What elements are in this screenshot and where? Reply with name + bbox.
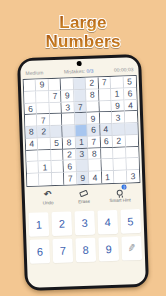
sudoku-cell-r8c7[interactable] [101, 159, 114, 171]
sudoku-cell-r5c2[interactable]: 2 [38, 126, 51, 138]
sudoku-cell-r1c1[interactable] [24, 80, 37, 92]
sudoku-cell-r3c5[interactable]: 7 [74, 101, 87, 113]
sudoku-board: 92757981663794793826445817622381679413 [23, 75, 141, 187]
sudoku-cell-r5c5[interactable] [75, 125, 88, 137]
undo-button[interactable]: ↶Undo [37, 190, 60, 206]
lightbulb-icon [117, 189, 123, 195]
sudoku-cell-r2c2[interactable] [37, 91, 50, 103]
pencil-mode-button[interactable]: ✎ [121, 236, 142, 261]
sudoku-cell-r9c2[interactable] [39, 173, 52, 185]
erase-label: Erase [78, 199, 90, 204]
numpad-key-3[interactable]: 3 [74, 211, 95, 236]
sudoku-cell-r6c2[interactable] [38, 138, 51, 150]
sudoku-cell-r1c5[interactable] [73, 78, 86, 90]
sudoku-cell-r8c8[interactable] [114, 159, 127, 171]
sudoku-cell-r5c1[interactable]: 8 [25, 127, 38, 139]
eraser-icon [79, 190, 88, 198]
sudoku-cell-r9c9[interactable]: 3 [127, 170, 140, 182]
app-store-screenshot: Large Numbers Medium Mistakes: 0/3 00:00… [0, 0, 166, 296]
sudoku-cell-r3c1[interactable]: 6 [25, 103, 38, 115]
sudoku-cell-r6c3[interactable]: 5 [51, 138, 64, 150]
page-title: Large Numbers [0, 5, 166, 55]
sudoku-cell-r5c8[interactable] [112, 124, 125, 136]
hint-count-badge: 3 [121, 184, 126, 189]
sudoku-cell-r2c9[interactable]: 6 [124, 88, 137, 100]
sudoku-cell-r9c7[interactable]: 1 [102, 171, 115, 183]
sudoku-cell-r7c3[interactable] [51, 149, 64, 161]
sudoku-cell-r3c3[interactable] [49, 102, 62, 114]
sudoku-cell-r8c3[interactable] [51, 161, 64, 173]
mistakes-label: Mistakes: [64, 68, 85, 75]
sudoku-cell-r4c8[interactable]: 3 [112, 112, 125, 124]
number-pad: 123456789✎ [28, 209, 142, 263]
sudoku-cell-r3c8[interactable]: 9 [112, 100, 125, 112]
sudoku-cell-r3c7[interactable] [99, 101, 112, 113]
sudoku-cell-r2c4[interactable]: 9 [61, 90, 74, 102]
numpad-key-2[interactable]: 2 [51, 211, 72, 236]
sudoku-cell-r8c5[interactable] [76, 160, 89, 172]
sudoku-cell-r4c9[interactable] [124, 111, 137, 123]
sudoku-cell-r6c7[interactable]: 6 [100, 136, 113, 148]
title-line-1: Large [59, 13, 106, 32]
sudoku-cell-r9c3[interactable] [52, 173, 65, 185]
sudoku-cell-r6c9[interactable] [125, 135, 138, 147]
sudoku-cell-r3c2[interactable] [37, 103, 50, 115]
game-toolbar: ↶UndoErase3Smart Hint [24, 183, 143, 206]
sudoku-cell-r2c1[interactable] [24, 91, 37, 103]
sudoku-cell-r1c8[interactable] [111, 77, 124, 89]
sudoku-cell-r6c8[interactable]: 2 [113, 135, 126, 147]
sudoku-cell-r4c7[interactable] [100, 112, 113, 124]
mistakes-value: 0/3 [86, 68, 93, 74]
undo-arrow-icon: ↶ [44, 190, 52, 199]
sudoku-cell-r2c6[interactable]: 8 [86, 89, 99, 101]
sudoku-cell-r1c6[interactable]: 2 [86, 77, 99, 89]
sudoku-cell-r1c3[interactable] [49, 79, 62, 91]
sudoku-cell-r1c4[interactable] [61, 78, 74, 90]
sudoku-cell-r1c9[interactable]: 5 [123, 76, 136, 88]
sudoku-cell-r2c7[interactable] [99, 89, 112, 101]
numpad-key-6[interactable]: 6 [29, 239, 50, 264]
sudoku-cell-r6c1[interactable]: 4 [26, 138, 39, 150]
sudoku-cell-r7c2[interactable] [39, 150, 52, 162]
sudoku-cell-r7c5[interactable]: 3 [76, 148, 89, 160]
sudoku-cell-r1c2[interactable]: 9 [36, 79, 49, 91]
sudoku-cell-r4c6[interactable]: 9 [87, 113, 100, 125]
erase-button[interactable]: Erase [73, 189, 96, 205]
sudoku-cell-r4c2[interactable]: 7 [37, 114, 50, 126]
smart-hint-label: Smart Hint [109, 197, 130, 203]
sudoku-cell-r3c9[interactable]: 4 [124, 100, 137, 112]
sudoku-cell-r8c2[interactable]: 1 [39, 162, 52, 174]
sudoku-cell-r8c1[interactable] [27, 162, 40, 174]
sudoku-cell-r4c5[interactable] [75, 113, 88, 125]
sudoku-cell-r1c7[interactable]: 7 [98, 77, 111, 89]
numpad-key-9[interactable]: 9 [98, 236, 119, 261]
mistakes-counter: Mistakes: 0/3 [64, 68, 94, 75]
sudoku-cell-r3c4[interactable]: 3 [62, 102, 75, 114]
sudoku-cell-r6c4[interactable]: 8 [63, 137, 76, 149]
sudoku-cell-r3c6[interactable] [87, 101, 100, 113]
sudoku-cell-r7c9[interactable] [126, 147, 139, 159]
sudoku-cell-r2c8[interactable]: 1 [111, 88, 124, 100]
sudoku-cell-r9c1[interactable] [27, 174, 40, 186]
sudoku-cell-r7c6[interactable]: 8 [88, 148, 101, 160]
sudoku-cell-r2c5[interactable] [74, 90, 87, 102]
sudoku-cell-r7c8[interactable] [113, 147, 126, 159]
sudoku-cell-r8c6[interactable] [89, 160, 102, 172]
smart-hint-button[interactable]: 3Smart Hint [109, 187, 132, 203]
title-line-2: Numbers [45, 32, 120, 51]
sudoku-cell-r5c9[interactable] [125, 123, 138, 135]
pencil-icon: ✎ [126, 242, 136, 254]
sudoku-cell-r8c9[interactable] [126, 158, 139, 170]
sudoku-cell-r7c7[interactable] [101, 148, 114, 160]
sudoku-cell-r5c4[interactable] [63, 125, 76, 137]
sudoku-cell-r7c1[interactable] [26, 150, 39, 162]
sudoku-cell-r4c3[interactable] [50, 114, 63, 126]
sudoku-cell-r4c4[interactable] [62, 114, 75, 126]
sudoku-cell-r9c6[interactable]: 4 [89, 172, 102, 184]
sudoku-cell-r5c3[interactable] [50, 126, 63, 138]
sudoku-cell-r9c4[interactable]: 7 [64, 172, 77, 184]
phone-screen: Medium Mistakes: 0/3 00:00:03 9275798166… [20, 57, 146, 288]
numpad-key-4[interactable]: 4 [97, 210, 118, 235]
sudoku-cell-r6c6[interactable]: 7 [88, 136, 101, 148]
sudoku-cell-r5c6[interactable]: 6 [88, 124, 101, 136]
sudoku-cell-r8c4[interactable]: 6 [64, 161, 77, 173]
numpad-key-5[interactable]: 5 [120, 209, 141, 234]
undo-label: Undo [43, 200, 54, 205]
sudoku-cell-r7c4[interactable]: 2 [64, 149, 77, 161]
numpad-key-7[interactable]: 7 [52, 238, 73, 263]
sudoku-cell-r9c8[interactable] [114, 171, 127, 183]
sudoku-cell-r6c5[interactable]: 1 [76, 137, 89, 149]
numpad-key-8[interactable]: 8 [75, 237, 96, 262]
phone-mockup: Medium Mistakes: 0/3 00:00:03 9275798166… [17, 54, 149, 291]
sudoku-cell-r9c5[interactable]: 9 [77, 172, 90, 184]
sudoku-cell-r5c7[interactable]: 4 [100, 124, 113, 136]
difficulty-label: Medium [25, 69, 43, 76]
sudoku-cell-r4c1[interactable] [25, 115, 38, 127]
sudoku-cell-r2c3[interactable]: 7 [49, 90, 62, 102]
numpad-key-1[interactable]: 1 [28, 212, 49, 237]
game-timer: 00:00:03 [114, 66, 134, 73]
